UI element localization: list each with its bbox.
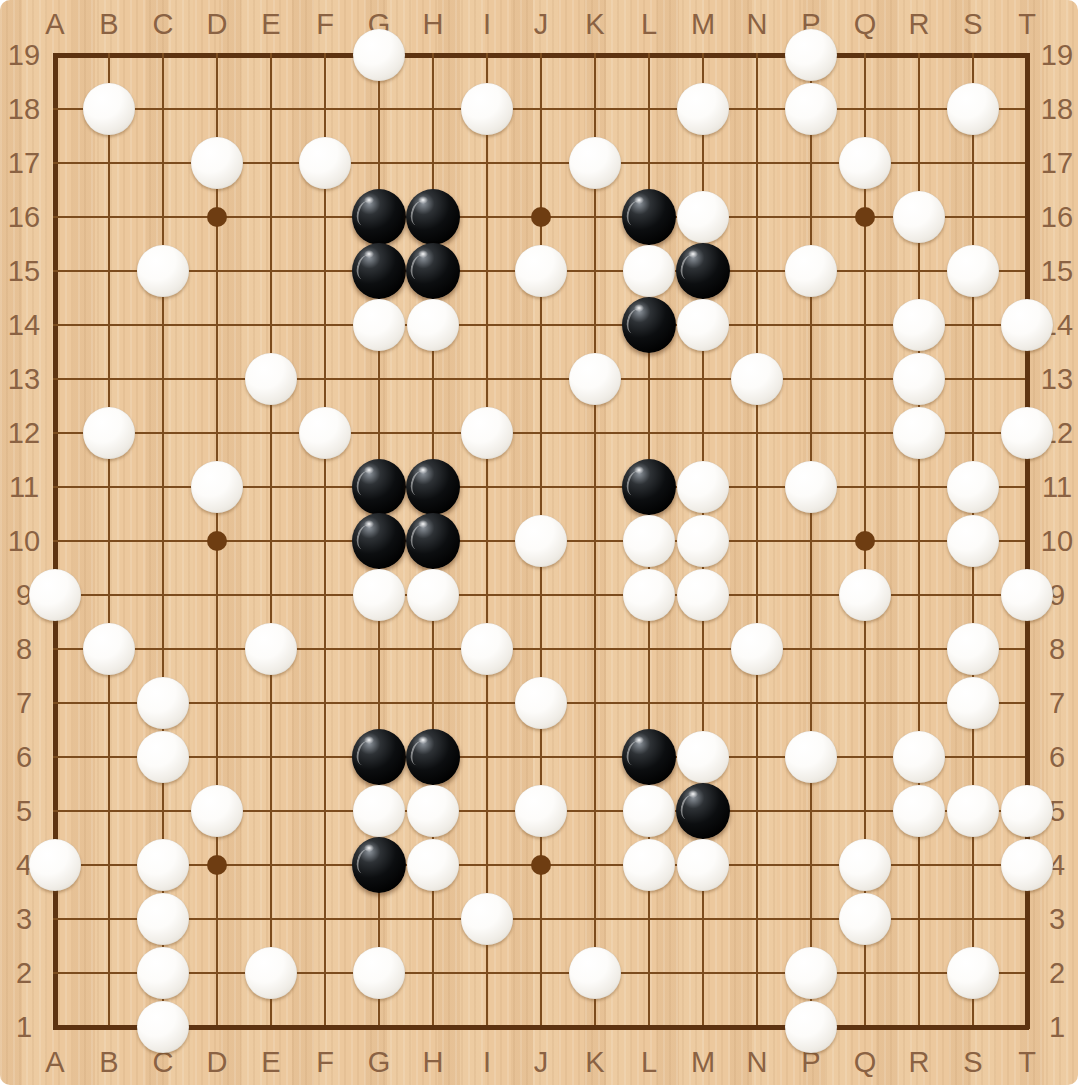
intersection-R1[interactable]	[892, 1000, 946, 1054]
intersection-D16[interactable]	[190, 190, 244, 244]
intersection-S18[interactable]: ○	[946, 82, 1000, 136]
intersection-G19[interactable]: ○	[352, 28, 406, 82]
intersection-M13[interactable]	[676, 352, 730, 406]
intersection-Q9[interactable]: ○	[838, 568, 892, 622]
intersection-C6[interactable]: ○	[136, 730, 190, 784]
intersection-M5[interactable]: ●	[676, 784, 730, 838]
intersection-C19[interactable]	[136, 28, 190, 82]
intersection-K2[interactable]: ○	[568, 946, 622, 1000]
intersection-E16[interactable]	[244, 190, 298, 244]
intersection-P17[interactable]	[784, 136, 838, 190]
intersection-B19[interactable]	[82, 28, 136, 82]
intersection-J6[interactable]	[514, 730, 568, 784]
intersection-D13[interactable]	[190, 352, 244, 406]
intersection-L10[interactable]: ○	[622, 514, 676, 568]
intersection-C4[interactable]: ○	[136, 838, 190, 892]
intersection-E2[interactable]: ○	[244, 946, 298, 1000]
intersection-D1[interactable]	[190, 1000, 244, 1054]
intersection-D15[interactable]	[190, 244, 244, 298]
intersection-T19[interactable]	[1000, 28, 1054, 82]
intersection-T2[interactable]	[1000, 946, 1054, 1000]
intersection-T10[interactable]	[1000, 514, 1054, 568]
intersection-G11[interactable]: ●	[352, 460, 406, 514]
intersection-P14[interactable]	[784, 298, 838, 352]
intersection-A17[interactable]	[28, 136, 82, 190]
intersection-Q19[interactable]	[838, 28, 892, 82]
intersection-E6[interactable]	[244, 730, 298, 784]
intersection-E19[interactable]	[244, 28, 298, 82]
intersection-B17[interactable]	[82, 136, 136, 190]
intersection-K15[interactable]	[568, 244, 622, 298]
intersection-F5[interactable]	[298, 784, 352, 838]
intersection-E15[interactable]	[244, 244, 298, 298]
intersection-H17[interactable]	[406, 136, 460, 190]
intersection-A12[interactable]	[28, 406, 82, 460]
intersection-I14[interactable]	[460, 298, 514, 352]
intersection-A14[interactable]	[28, 298, 82, 352]
intersection-T18[interactable]	[1000, 82, 1054, 136]
intersection-T17[interactable]	[1000, 136, 1054, 190]
intersection-K10[interactable]	[568, 514, 622, 568]
intersection-R6[interactable]: ○	[892, 730, 946, 784]
intersection-I3[interactable]: ○	[460, 892, 514, 946]
intersection-B13[interactable]	[82, 352, 136, 406]
intersection-T3[interactable]	[1000, 892, 1054, 946]
intersection-B2[interactable]	[82, 946, 136, 1000]
intersection-R2[interactable]	[892, 946, 946, 1000]
intersection-I8[interactable]: ○	[460, 622, 514, 676]
intersection-B16[interactable]	[82, 190, 136, 244]
intersection-H16[interactable]: ●	[406, 190, 460, 244]
intersection-G2[interactable]: ○	[352, 946, 406, 1000]
intersection-A16[interactable]	[28, 190, 82, 244]
intersection-D9[interactable]	[190, 568, 244, 622]
intersection-B10[interactable]	[82, 514, 136, 568]
intersection-S12[interactable]	[946, 406, 1000, 460]
intersection-E7[interactable]	[244, 676, 298, 730]
intersection-S15[interactable]: ○	[946, 244, 1000, 298]
intersection-N5[interactable]	[730, 784, 784, 838]
intersection-S11[interactable]: ○	[946, 460, 1000, 514]
intersection-K4[interactable]	[568, 838, 622, 892]
intersection-N10[interactable]	[730, 514, 784, 568]
intersection-G1[interactable]	[352, 1000, 406, 1054]
intersection-M11[interactable]: ○	[676, 460, 730, 514]
intersection-P18[interactable]: ○	[784, 82, 838, 136]
intersection-S5[interactable]: ○	[946, 784, 1000, 838]
intersection-I13[interactable]	[460, 352, 514, 406]
intersection-S16[interactable]	[946, 190, 1000, 244]
intersection-M4[interactable]: ○	[676, 838, 730, 892]
intersection-K1[interactable]	[568, 1000, 622, 1054]
intersection-S7[interactable]: ○	[946, 676, 1000, 730]
intersection-Q18[interactable]	[838, 82, 892, 136]
intersection-A10[interactable]	[28, 514, 82, 568]
intersection-A8[interactable]	[28, 622, 82, 676]
intersection-H15[interactable]: ●	[406, 244, 460, 298]
intersection-R3[interactable]	[892, 892, 946, 946]
intersection-T6[interactable]	[1000, 730, 1054, 784]
intersection-H13[interactable]	[406, 352, 460, 406]
intersection-M6[interactable]: ○	[676, 730, 730, 784]
intersection-J7[interactable]: ○	[514, 676, 568, 730]
intersection-N4[interactable]	[730, 838, 784, 892]
intersection-N14[interactable]	[730, 298, 784, 352]
intersection-S4[interactable]	[946, 838, 1000, 892]
intersection-Q14[interactable]	[838, 298, 892, 352]
intersection-I17[interactable]	[460, 136, 514, 190]
intersection-M12[interactable]	[676, 406, 730, 460]
intersection-T5[interactable]: ○	[1000, 784, 1054, 838]
intersection-A18[interactable]	[28, 82, 82, 136]
intersection-E9[interactable]	[244, 568, 298, 622]
intersection-D8[interactable]	[190, 622, 244, 676]
intersection-K3[interactable]	[568, 892, 622, 946]
intersection-G9[interactable]: ○	[352, 568, 406, 622]
intersection-I9[interactable]	[460, 568, 514, 622]
intersection-R19[interactable]	[892, 28, 946, 82]
intersection-C5[interactable]	[136, 784, 190, 838]
intersection-N3[interactable]	[730, 892, 784, 946]
intersection-R11[interactable]	[892, 460, 946, 514]
intersection-B9[interactable]	[82, 568, 136, 622]
intersection-J14[interactable]	[514, 298, 568, 352]
intersection-E17[interactable]	[244, 136, 298, 190]
intersection-C18[interactable]	[136, 82, 190, 136]
intersection-R4[interactable]	[892, 838, 946, 892]
intersection-L12[interactable]	[622, 406, 676, 460]
intersection-K5[interactable]	[568, 784, 622, 838]
intersection-I7[interactable]	[460, 676, 514, 730]
intersection-C12[interactable]	[136, 406, 190, 460]
intersection-C1[interactable]: ○	[136, 1000, 190, 1054]
intersection-D7[interactable]	[190, 676, 244, 730]
intersection-Q15[interactable]	[838, 244, 892, 298]
intersection-B14[interactable]	[82, 298, 136, 352]
intersection-R9[interactable]	[892, 568, 946, 622]
intersection-R15[interactable]	[892, 244, 946, 298]
intersection-E3[interactable]	[244, 892, 298, 946]
intersection-J9[interactable]	[514, 568, 568, 622]
intersection-A3[interactable]	[28, 892, 82, 946]
intersection-K17[interactable]: ○	[568, 136, 622, 190]
intersection-P3[interactable]	[784, 892, 838, 946]
intersection-D10[interactable]	[190, 514, 244, 568]
intersection-R12[interactable]: ○	[892, 406, 946, 460]
intersection-R8[interactable]	[892, 622, 946, 676]
intersection-B7[interactable]	[82, 676, 136, 730]
intersection-L8[interactable]	[622, 622, 676, 676]
intersection-B11[interactable]	[82, 460, 136, 514]
intersection-A11[interactable]	[28, 460, 82, 514]
intersection-C2[interactable]: ○	[136, 946, 190, 1000]
intersection-L14[interactable]: ●	[622, 298, 676, 352]
intersection-R7[interactable]	[892, 676, 946, 730]
intersection-P11[interactable]: ○	[784, 460, 838, 514]
intersection-P15[interactable]: ○	[784, 244, 838, 298]
intersection-I12[interactable]: ○	[460, 406, 514, 460]
intersection-H2[interactable]	[406, 946, 460, 1000]
intersection-S1[interactable]	[946, 1000, 1000, 1054]
intersection-B18[interactable]: ○	[82, 82, 136, 136]
intersection-Q7[interactable]	[838, 676, 892, 730]
intersection-R16[interactable]: ○	[892, 190, 946, 244]
intersection-N17[interactable]	[730, 136, 784, 190]
intersection-T16[interactable]	[1000, 190, 1054, 244]
intersection-I6[interactable]	[460, 730, 514, 784]
intersection-H9[interactable]: ○	[406, 568, 460, 622]
intersection-F2[interactable]	[298, 946, 352, 1000]
intersection-M14[interactable]: ○	[676, 298, 730, 352]
intersection-J19[interactable]	[514, 28, 568, 82]
intersection-R14[interactable]: ○	[892, 298, 946, 352]
intersection-L1[interactable]	[622, 1000, 676, 1054]
intersection-H10[interactable]: ●	[406, 514, 460, 568]
intersection-G17[interactable]	[352, 136, 406, 190]
intersection-Q10[interactable]	[838, 514, 892, 568]
intersection-M16[interactable]: ○	[676, 190, 730, 244]
intersection-B1[interactable]	[82, 1000, 136, 1054]
intersection-J8[interactable]	[514, 622, 568, 676]
intersection-T4[interactable]: ○	[1000, 838, 1054, 892]
intersection-Q16[interactable]	[838, 190, 892, 244]
intersection-Q4[interactable]: ○	[838, 838, 892, 892]
intersection-R13[interactable]: ○	[892, 352, 946, 406]
intersection-C17[interactable]	[136, 136, 190, 190]
intersection-L19[interactable]	[622, 28, 676, 82]
intersection-M18[interactable]: ○	[676, 82, 730, 136]
intersection-G4[interactable]: ●	[352, 838, 406, 892]
intersection-I19[interactable]	[460, 28, 514, 82]
intersection-Q1[interactable]	[838, 1000, 892, 1054]
intersection-Q11[interactable]	[838, 460, 892, 514]
intersection-C3[interactable]: ○	[136, 892, 190, 946]
intersection-P9[interactable]	[784, 568, 838, 622]
intersection-M2[interactable]	[676, 946, 730, 1000]
intersection-E4[interactable]	[244, 838, 298, 892]
intersection-R18[interactable]	[892, 82, 946, 136]
intersection-Q12[interactable]	[838, 406, 892, 460]
intersection-G14[interactable]: ○	[352, 298, 406, 352]
intersection-T9[interactable]: ○	[1000, 568, 1054, 622]
intersection-Q5[interactable]	[838, 784, 892, 838]
intersection-H19[interactable]	[406, 28, 460, 82]
intersection-N19[interactable]	[730, 28, 784, 82]
intersection-M7[interactable]	[676, 676, 730, 730]
intersection-H5[interactable]: ○	[406, 784, 460, 838]
intersection-P2[interactable]: ○	[784, 946, 838, 1000]
intersection-P19[interactable]: ○	[784, 28, 838, 82]
intersection-C8[interactable]	[136, 622, 190, 676]
intersection-J3[interactable]	[514, 892, 568, 946]
intersection-H8[interactable]	[406, 622, 460, 676]
intersection-K16[interactable]	[568, 190, 622, 244]
intersection-A9[interactable]: ○	[28, 568, 82, 622]
intersection-I15[interactable]	[460, 244, 514, 298]
intersection-N13[interactable]: ○	[730, 352, 784, 406]
intersection-K8[interactable]	[568, 622, 622, 676]
intersection-H3[interactable]	[406, 892, 460, 946]
intersection-N11[interactable]	[730, 460, 784, 514]
intersection-P13[interactable]	[784, 352, 838, 406]
intersection-L15[interactable]: ○	[622, 244, 676, 298]
intersection-S9[interactable]	[946, 568, 1000, 622]
intersection-J1[interactable]	[514, 1000, 568, 1054]
intersection-S6[interactable]	[946, 730, 1000, 784]
intersection-A1[interactable]	[28, 1000, 82, 1054]
intersection-J15[interactable]: ○	[514, 244, 568, 298]
intersection-P7[interactable]	[784, 676, 838, 730]
intersection-M8[interactable]	[676, 622, 730, 676]
intersection-M3[interactable]	[676, 892, 730, 946]
intersection-M1[interactable]	[676, 1000, 730, 1054]
intersection-J16[interactable]	[514, 190, 568, 244]
intersection-N12[interactable]	[730, 406, 784, 460]
intersection-F17[interactable]: ○	[298, 136, 352, 190]
intersection-L7[interactable]	[622, 676, 676, 730]
intersection-A2[interactable]	[28, 946, 82, 1000]
intersection-D5[interactable]: ○	[190, 784, 244, 838]
intersection-T8[interactable]	[1000, 622, 1054, 676]
intersection-S8[interactable]: ○	[946, 622, 1000, 676]
intersection-F16[interactable]	[298, 190, 352, 244]
intersection-G13[interactable]	[352, 352, 406, 406]
intersection-N6[interactable]	[730, 730, 784, 784]
intersection-T14[interactable]: ○	[1000, 298, 1054, 352]
intersection-G10[interactable]: ●	[352, 514, 406, 568]
intersection-G3[interactable]	[352, 892, 406, 946]
intersection-P1[interactable]: ○	[784, 1000, 838, 1054]
intersection-F13[interactable]	[298, 352, 352, 406]
intersection-C7[interactable]: ○	[136, 676, 190, 730]
intersection-M19[interactable]	[676, 28, 730, 82]
intersection-D11[interactable]: ○	[190, 460, 244, 514]
intersection-H6[interactable]: ●	[406, 730, 460, 784]
intersection-C13[interactable]	[136, 352, 190, 406]
intersection-J5[interactable]: ○	[514, 784, 568, 838]
intersection-P12[interactable]	[784, 406, 838, 460]
intersection-N8[interactable]: ○	[730, 622, 784, 676]
intersection-H18[interactable]	[406, 82, 460, 136]
intersection-G18[interactable]	[352, 82, 406, 136]
intersection-J10[interactable]: ○	[514, 514, 568, 568]
intersection-J12[interactable]	[514, 406, 568, 460]
intersection-P10[interactable]	[784, 514, 838, 568]
intersection-G15[interactable]: ●	[352, 244, 406, 298]
intersection-A13[interactable]	[28, 352, 82, 406]
intersection-I11[interactable]	[460, 460, 514, 514]
intersection-K13[interactable]: ○	[568, 352, 622, 406]
intersection-K6[interactable]	[568, 730, 622, 784]
intersection-M15[interactable]: ●	[676, 244, 730, 298]
intersection-Q3[interactable]: ○	[838, 892, 892, 946]
intersection-T1[interactable]	[1000, 1000, 1054, 1054]
intersection-T15[interactable]	[1000, 244, 1054, 298]
intersection-J13[interactable]	[514, 352, 568, 406]
intersection-D19[interactable]	[190, 28, 244, 82]
intersection-F1[interactable]	[298, 1000, 352, 1054]
intersection-Q17[interactable]: ○	[838, 136, 892, 190]
intersection-F19[interactable]	[298, 28, 352, 82]
intersection-H4[interactable]: ○	[406, 838, 460, 892]
intersection-C9[interactable]	[136, 568, 190, 622]
intersection-L3[interactable]	[622, 892, 676, 946]
intersection-F9[interactable]	[298, 568, 352, 622]
intersection-E8[interactable]: ○	[244, 622, 298, 676]
intersection-R10[interactable]	[892, 514, 946, 568]
intersection-N7[interactable]	[730, 676, 784, 730]
intersection-D14[interactable]	[190, 298, 244, 352]
intersection-H11[interactable]: ●	[406, 460, 460, 514]
intersection-S19[interactable]	[946, 28, 1000, 82]
intersection-L16[interactable]: ●	[622, 190, 676, 244]
intersection-E10[interactable]	[244, 514, 298, 568]
intersection-L18[interactable]	[622, 82, 676, 136]
intersection-P4[interactable]	[784, 838, 838, 892]
intersection-A5[interactable]	[28, 784, 82, 838]
intersection-T12[interactable]: ○	[1000, 406, 1054, 460]
intersection-N18[interactable]	[730, 82, 784, 136]
intersection-R17[interactable]	[892, 136, 946, 190]
intersection-L9[interactable]: ○	[622, 568, 676, 622]
intersection-K12[interactable]	[568, 406, 622, 460]
intersection-A7[interactable]	[28, 676, 82, 730]
intersection-G16[interactable]: ●	[352, 190, 406, 244]
intersection-L17[interactable]	[622, 136, 676, 190]
intersection-P6[interactable]: ○	[784, 730, 838, 784]
intersection-J4[interactable]	[514, 838, 568, 892]
intersection-E14[interactable]	[244, 298, 298, 352]
intersection-J18[interactable]	[514, 82, 568, 136]
intersection-I5[interactable]	[460, 784, 514, 838]
intersection-F14[interactable]	[298, 298, 352, 352]
intersection-N1[interactable]	[730, 1000, 784, 1054]
intersection-E18[interactable]	[244, 82, 298, 136]
intersection-K7[interactable]	[568, 676, 622, 730]
intersection-M17[interactable]	[676, 136, 730, 190]
intersection-E11[interactable]	[244, 460, 298, 514]
intersection-N2[interactable]	[730, 946, 784, 1000]
intersection-S2[interactable]: ○	[946, 946, 1000, 1000]
intersection-Q6[interactable]	[838, 730, 892, 784]
intersection-B3[interactable]	[82, 892, 136, 946]
intersection-F3[interactable]	[298, 892, 352, 946]
intersection-D6[interactable]	[190, 730, 244, 784]
intersection-Q8[interactable]	[838, 622, 892, 676]
intersection-I18[interactable]: ○	[460, 82, 514, 136]
intersection-I1[interactable]	[460, 1000, 514, 1054]
intersection-L6[interactable]: ●	[622, 730, 676, 784]
intersection-I10[interactable]	[460, 514, 514, 568]
intersection-A15[interactable]	[28, 244, 82, 298]
intersection-K18[interactable]	[568, 82, 622, 136]
intersection-P5[interactable]	[784, 784, 838, 838]
intersection-A4[interactable]: ○	[28, 838, 82, 892]
intersection-P16[interactable]	[784, 190, 838, 244]
intersection-Q13[interactable]	[838, 352, 892, 406]
intersection-E1[interactable]	[244, 1000, 298, 1054]
intersection-S14[interactable]	[946, 298, 1000, 352]
intersection-D3[interactable]	[190, 892, 244, 946]
intersection-J17[interactable]	[514, 136, 568, 190]
intersection-F4[interactable]	[298, 838, 352, 892]
intersection-F18[interactable]	[298, 82, 352, 136]
intersection-R5[interactable]: ○	[892, 784, 946, 838]
intersection-A19[interactable]	[28, 28, 82, 82]
intersection-C15[interactable]: ○	[136, 244, 190, 298]
intersection-B6[interactable]	[82, 730, 136, 784]
intersection-S17[interactable]	[946, 136, 1000, 190]
